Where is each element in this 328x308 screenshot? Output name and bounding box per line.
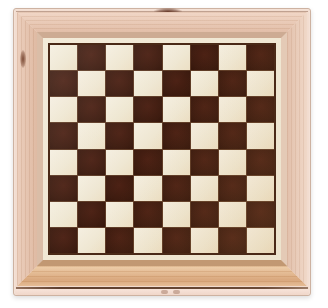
square-h2 <box>247 202 274 227</box>
square-e8 <box>163 45 190 70</box>
square-h7 <box>247 71 274 96</box>
square-h8 <box>247 45 274 70</box>
square-f5 <box>191 123 218 148</box>
square-h3 <box>247 176 274 201</box>
square-e1 <box>163 228 190 253</box>
square-g5 <box>219 123 246 148</box>
square-g2 <box>219 202 246 227</box>
square-b5 <box>78 123 105 148</box>
square-h6 <box>247 97 274 122</box>
square-a5 <box>50 123 77 148</box>
square-d6 <box>134 97 161 122</box>
square-f1 <box>191 228 218 253</box>
square-d2 <box>134 202 161 227</box>
frame-bevel <box>37 32 287 266</box>
square-f2 <box>191 202 218 227</box>
square-d3 <box>134 176 161 201</box>
square-d4 <box>134 150 161 175</box>
square-f3 <box>191 176 218 201</box>
square-a4 <box>50 150 77 175</box>
wood-knot-left-bar <box>20 50 26 68</box>
finger-notch <box>161 290 168 294</box>
box-bottom-edge <box>15 289 309 295</box>
square-d8 <box>134 45 161 70</box>
square-a8 <box>50 45 77 70</box>
square-d1 <box>134 228 161 253</box>
square-b8 <box>78 45 105 70</box>
wooden-game-box <box>13 8 311 296</box>
square-e3 <box>163 176 190 201</box>
square-c5 <box>106 123 133 148</box>
square-b2 <box>78 202 105 227</box>
square-g7 <box>219 71 246 96</box>
square-c1 <box>106 228 133 253</box>
checkerboard <box>48 43 276 255</box>
square-g8 <box>219 45 246 70</box>
square-c3 <box>106 176 133 201</box>
frame-bar-left <box>17 12 37 286</box>
square-e7 <box>163 71 190 96</box>
finger-notch <box>173 290 180 294</box>
square-e6 <box>163 97 190 122</box>
square-g3 <box>219 176 246 201</box>
square-c4 <box>106 150 133 175</box>
square-h5 <box>247 123 274 148</box>
square-h4 <box>247 150 274 175</box>
square-f4 <box>191 150 218 175</box>
square-b6 <box>78 97 105 122</box>
square-h1 <box>247 228 274 253</box>
frame-bar-bottom <box>17 266 307 286</box>
square-c6 <box>106 97 133 122</box>
square-c2 <box>106 202 133 227</box>
square-c8 <box>106 45 133 70</box>
square-e4 <box>163 150 190 175</box>
square-a7 <box>50 71 77 96</box>
square-d5 <box>134 123 161 148</box>
square-e2 <box>163 202 190 227</box>
square-a6 <box>50 97 77 122</box>
square-g4 <box>219 150 246 175</box>
square-g1 <box>219 228 246 253</box>
square-e5 <box>163 123 190 148</box>
square-f8 <box>191 45 218 70</box>
square-a2 <box>50 202 77 227</box>
square-b3 <box>78 176 105 201</box>
square-a3 <box>50 176 77 201</box>
square-b7 <box>78 71 105 96</box>
square-f6 <box>191 97 218 122</box>
product-photo <box>0 0 328 308</box>
square-c7 <box>106 71 133 96</box>
square-d7 <box>134 71 161 96</box>
square-b4 <box>78 150 105 175</box>
square-g6 <box>219 97 246 122</box>
square-f7 <box>191 71 218 96</box>
square-a1 <box>50 228 77 253</box>
frame-bar-right <box>287 12 307 286</box>
frame-bar-top <box>17 12 307 32</box>
board-panel <box>43 38 281 260</box>
wooden-frame <box>17 12 307 286</box>
square-b1 <box>78 228 105 253</box>
